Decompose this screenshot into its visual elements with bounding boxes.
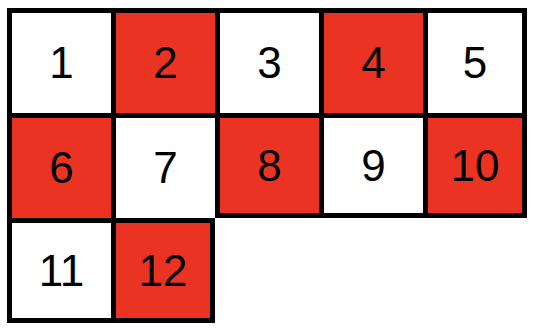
grid-cell-11: 11 — [7, 218, 111, 323]
grid-cell-7: 7 — [111, 113, 215, 218]
grid-cell-6: 6 — [7, 113, 111, 218]
grid-cell-10: 10 — [423, 113, 527, 218]
grid-cell-4: 4 — [319, 8, 423, 113]
puzzle-grid: 123456789101112 — [7, 8, 527, 323]
grid-cell-5: 5 — [423, 8, 527, 113]
grid-cell-2: 2 — [111, 8, 215, 113]
grid-cell-1: 1 — [7, 8, 111, 113]
grid-cell-9: 9 — [319, 113, 423, 218]
grid-cell-8: 8 — [215, 113, 319, 218]
grid-cell-3: 3 — [215, 8, 319, 113]
grid-cell-12: 12 — [111, 218, 215, 323]
